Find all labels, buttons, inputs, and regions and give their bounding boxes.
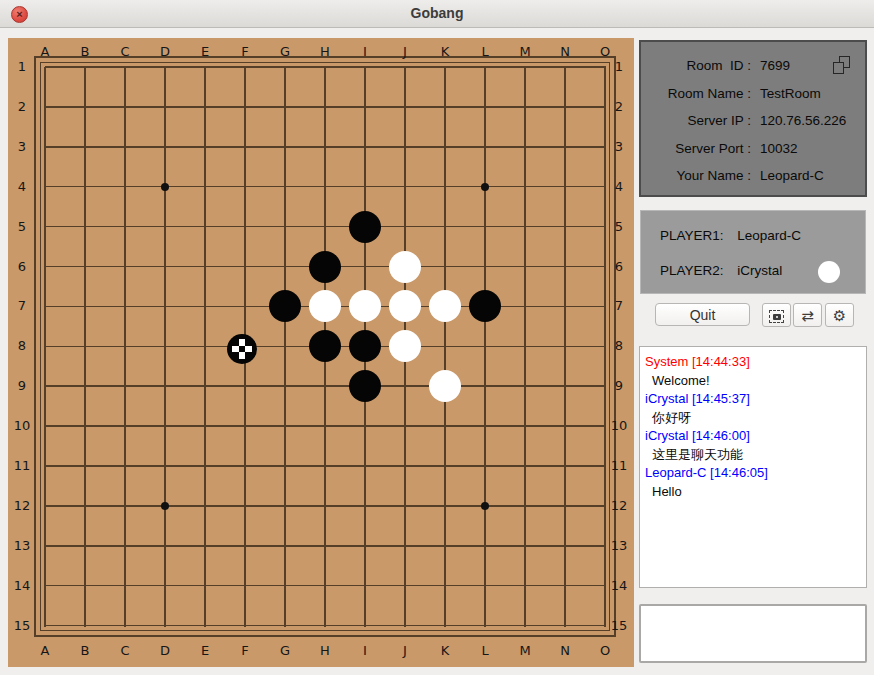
col-label-bottom: A bbox=[34, 642, 56, 660]
star-point-l12 bbox=[481, 502, 489, 510]
star-point-d12 bbox=[161, 502, 169, 510]
row-label-left: 15 bbox=[11, 617, 33, 635]
room-info-row: Room ID :7699 bbox=[649, 52, 857, 80]
row-label-right: 15 bbox=[608, 617, 630, 635]
chat-log[interactable]: System [14:44:33]Welcome!iCrystal [14:45… bbox=[639, 346, 867, 588]
chat-message-header: iCrystal [14:45:37] bbox=[645, 390, 861, 409]
col-label-bottom: J bbox=[394, 642, 416, 660]
col-label-bottom: K bbox=[434, 642, 456, 660]
col-label-top: M bbox=[514, 43, 536, 61]
room-info-value: 7699 bbox=[760, 52, 790, 80]
col-label-top: E bbox=[194, 43, 216, 61]
grid-hline bbox=[45, 146, 606, 148]
black-stone-h6 bbox=[309, 251, 341, 283]
grid-hline bbox=[45, 625, 606, 627]
col-label-top: J bbox=[394, 43, 416, 61]
grid-hline bbox=[45, 66, 606, 68]
row-label-left: 10 bbox=[11, 417, 33, 435]
grid-hline bbox=[45, 505, 606, 507]
grid-hline bbox=[45, 106, 606, 108]
player2-name: iCrystal bbox=[737, 263, 782, 278]
chat-message-text: 你好呀 bbox=[645, 409, 861, 428]
black-stone-i9 bbox=[349, 370, 381, 402]
room-info-row: Server IP :120.76.56.226 bbox=[649, 107, 857, 135]
row-label-right: 1 bbox=[608, 58, 630, 76]
room-info-panel: Room ID :7699Room Name :TestRoomServer I… bbox=[639, 40, 867, 197]
row-label-right: 13 bbox=[608, 537, 630, 555]
col-label-top: B bbox=[74, 43, 96, 61]
star-point-d4 bbox=[161, 183, 169, 191]
room-info-value: 10032 bbox=[760, 135, 798, 163]
row-label-right: 12 bbox=[608, 497, 630, 515]
swap-sides-icon: ⇄ bbox=[801, 307, 814, 324]
room-info-label: Room ID : bbox=[649, 52, 751, 80]
row-label-right: 3 bbox=[608, 138, 630, 156]
copy-room-id-icon[interactable] bbox=[833, 56, 850, 74]
chat-message-header: iCrystal [14:46:00] bbox=[645, 427, 861, 446]
row-label-left: 11 bbox=[11, 457, 33, 475]
col-label-bottom: F bbox=[234, 642, 256, 660]
room-info-label: Server IP : bbox=[649, 107, 751, 135]
gobang-window: × Gobang AABBCCDDEEFFGGHHIIJJKKLLMMNNOO1… bbox=[0, 0, 874, 675]
grid-hline bbox=[45, 465, 606, 467]
col-label-top: L bbox=[474, 43, 496, 61]
player2-white-stone-icon bbox=[818, 261, 840, 283]
screenshot-button[interactable] bbox=[762, 303, 791, 327]
room-info-row: Room Name :TestRoom bbox=[649, 80, 857, 108]
grid-hline bbox=[45, 186, 606, 188]
row-label-right: 2 bbox=[608, 98, 630, 116]
row-label-left: 3 bbox=[11, 138, 33, 156]
row-label-right: 8 bbox=[608, 337, 630, 355]
row-label-right: 7 bbox=[608, 297, 630, 315]
row-label-right: 9 bbox=[608, 377, 630, 395]
row-label-right: 6 bbox=[608, 258, 630, 276]
player2-label: PLAYER2: bbox=[660, 263, 724, 278]
player-panel: PLAYER1: Leopard-C PLAYER2: iCrystal bbox=[640, 210, 866, 294]
col-label-bottom: H bbox=[314, 642, 336, 660]
grid-hline bbox=[45, 385, 606, 387]
room-info-value: Leopard-C bbox=[760, 162, 824, 190]
col-label-top: C bbox=[114, 43, 136, 61]
row-label-left: 1 bbox=[11, 58, 33, 76]
player1-name: Leopard-C bbox=[737, 228, 801, 243]
col-label-bottom: E bbox=[194, 642, 216, 660]
room-info-value: 120.76.56.226 bbox=[760, 107, 846, 135]
room-info-label: Server Port : bbox=[649, 135, 751, 163]
col-label-bottom: G bbox=[274, 642, 296, 660]
col-label-top: K bbox=[434, 43, 456, 61]
grid-hline bbox=[45, 545, 606, 547]
room-info-label: Room Name : bbox=[649, 80, 751, 108]
copy-icon-front-square bbox=[833, 62, 844, 74]
titlebar: × Gobang bbox=[0, 0, 874, 28]
row-label-left: 2 bbox=[11, 98, 33, 116]
col-label-bottom: D bbox=[154, 642, 176, 660]
star-point-l4 bbox=[481, 183, 489, 191]
room-info-row: Server Port :10032 bbox=[649, 135, 857, 163]
row-label-left: 12 bbox=[11, 497, 33, 515]
settings-icon: ⚙ bbox=[833, 307, 846, 324]
row-label-left: 9 bbox=[11, 377, 33, 395]
col-label-bottom: M bbox=[514, 642, 536, 660]
row-label-left: 4 bbox=[11, 178, 33, 196]
room-info-value: TestRoom bbox=[760, 80, 821, 108]
chat-message-text: Welcome! bbox=[645, 372, 861, 391]
swap-sides-button[interactable]: ⇄ bbox=[793, 303, 822, 327]
chat-input[interactable] bbox=[639, 604, 867, 663]
chat-message-text: 这里是聊天功能 bbox=[645, 446, 861, 465]
chat-message-text: Hello bbox=[645, 483, 861, 502]
col-label-top: D bbox=[154, 43, 176, 61]
col-label-bottom: B bbox=[74, 642, 96, 660]
row-label-left: 8 bbox=[11, 337, 33, 355]
room-info-row: Your Name :Leopard-C bbox=[649, 162, 857, 190]
col-label-top: A bbox=[34, 43, 56, 61]
window-title: Gobang bbox=[0, 5, 874, 21]
row-label-left: 5 bbox=[11, 218, 33, 236]
white-stone-k9 bbox=[429, 370, 461, 402]
player1-label: PLAYER1: bbox=[660, 228, 724, 243]
col-label-top: G bbox=[274, 43, 296, 61]
settings-button[interactable]: ⚙ bbox=[825, 303, 854, 327]
col-label-top: F bbox=[234, 43, 256, 61]
screenshot-icon bbox=[769, 310, 784, 323]
col-label-bottom: I bbox=[354, 642, 376, 660]
grid-hline bbox=[45, 425, 606, 427]
room-info-label: Your Name : bbox=[649, 162, 751, 190]
row-label-left: 13 bbox=[11, 537, 33, 555]
row-label-right: 11 bbox=[608, 457, 630, 475]
col-label-bottom: C bbox=[114, 642, 136, 660]
col-label-bottom: L bbox=[474, 642, 496, 660]
gobang-board[interactable]: AABBCCDDEEFFGGHHIIJJKKLLMMNNOO1122334455… bbox=[8, 38, 634, 667]
row-label-left: 14 bbox=[11, 577, 33, 595]
grid-hline bbox=[45, 226, 606, 228]
white-stone-j6 bbox=[389, 251, 421, 283]
chat-message-header: System [14:44:33] bbox=[645, 353, 861, 372]
col-label-top: H bbox=[314, 43, 336, 61]
col-label-bottom: N bbox=[554, 642, 576, 660]
col-label-top: I bbox=[354, 43, 376, 61]
player1-row: PLAYER1: Leopard-C bbox=[660, 227, 865, 244]
chat-message-header: Leopard-C [14:46:05] bbox=[645, 464, 861, 483]
black-stone-i5 bbox=[349, 211, 381, 243]
row-label-right: 14 bbox=[608, 577, 630, 595]
col-label-top: N bbox=[554, 43, 576, 61]
col-label-bottom: O bbox=[594, 642, 616, 660]
row-label-right: 4 bbox=[608, 178, 630, 196]
row-label-right: 10 bbox=[608, 417, 630, 435]
quit-button[interactable]: Quit bbox=[655, 303, 750, 326]
row-label-left: 6 bbox=[11, 258, 33, 276]
grid-hline bbox=[45, 585, 606, 587]
row-label-right: 5 bbox=[608, 218, 630, 236]
row-label-left: 7 bbox=[11, 297, 33, 315]
